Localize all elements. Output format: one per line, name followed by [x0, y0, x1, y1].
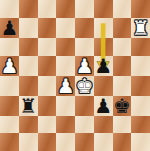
black-king[interactable]: ♚: [113, 96, 131, 116]
square-e5[interactable]: ♟: [75, 56, 94, 76]
square-h3[interactable]: [131, 96, 150, 116]
square-f6[interactable]: [94, 38, 113, 56]
square-e1[interactable]: [75, 133, 94, 151]
square-d3[interactable]: [56, 96, 75, 116]
white-king[interactable]: ♚: [75, 76, 93, 96]
square-f7[interactable]: [94, 18, 113, 38]
square-b5[interactable]: [19, 56, 38, 76]
chess-app: ♟♜♟♟♟♟♚♜♟♚: [0, 0, 150, 151]
square-e6[interactable]: [75, 38, 94, 56]
square-g5[interactable]: [113, 56, 132, 76]
square-d2[interactable]: [56, 116, 75, 134]
square-f5[interactable]: ♟: [94, 56, 113, 76]
square-c1[interactable]: [38, 133, 57, 151]
square-d6[interactable]: [56, 38, 75, 56]
square-g7[interactable]: [113, 18, 132, 38]
square-b4[interactable]: [19, 76, 38, 96]
square-b6[interactable]: [19, 38, 38, 56]
square-g3[interactable]: ♚: [113, 96, 132, 116]
square-b1[interactable]: [19, 133, 38, 151]
square-d1[interactable]: [56, 133, 75, 151]
black-pawn[interactable]: ♟: [0, 18, 18, 38]
square-d5[interactable]: [56, 56, 75, 76]
square-f3[interactable]: ♟: [94, 96, 113, 116]
square-d8[interactable]: [56, 0, 75, 18]
square-h6[interactable]: [131, 38, 150, 56]
square-c4[interactable]: [38, 76, 57, 96]
square-c3[interactable]: [38, 96, 57, 116]
square-g8[interactable]: [113, 0, 132, 18]
square-h2[interactable]: [131, 116, 150, 134]
white-rook[interactable]: ♜: [132, 18, 150, 38]
square-c8[interactable]: [38, 0, 57, 18]
square-a4[interactable]: [0, 76, 19, 96]
square-a6[interactable]: [0, 38, 19, 56]
square-e8[interactable]: [75, 0, 94, 18]
square-f4[interactable]: [94, 76, 113, 96]
square-a1[interactable]: [0, 133, 19, 151]
square-f8[interactable]: [94, 0, 113, 18]
square-b7[interactable]: [19, 18, 38, 38]
square-b2[interactable]: [19, 116, 38, 134]
square-e4[interactable]: ♚: [75, 76, 94, 96]
square-g6[interactable]: [113, 38, 132, 56]
square-c7[interactable]: [38, 18, 57, 38]
square-a5[interactable]: ♟: [0, 56, 19, 76]
square-d7[interactable]: [56, 18, 75, 38]
square-a7[interactable]: ♟: [0, 18, 19, 38]
square-g4[interactable]: [113, 76, 132, 96]
square-b3[interactable]: ♜: [19, 96, 38, 116]
square-c5[interactable]: [38, 56, 57, 76]
square-e3[interactable]: [75, 96, 94, 116]
square-h4[interactable]: [131, 76, 150, 96]
square-c2[interactable]: [38, 116, 57, 134]
square-a2[interactable]: [0, 116, 19, 134]
square-b8[interactable]: [19, 0, 38, 18]
square-e7[interactable]: [75, 18, 94, 38]
square-g1[interactable]: [113, 133, 132, 151]
square-f1[interactable]: [94, 133, 113, 151]
square-h7[interactable]: ♜: [131, 18, 150, 38]
square-h1[interactable]: [131, 133, 150, 151]
square-g2[interactable]: [113, 116, 132, 134]
white-pawn[interactable]: ♟: [75, 56, 93, 76]
chess-board: ♟♜♟♟♟♟♚♜♟♚: [0, 0, 150, 151]
square-d4[interactable]: ♟: [56, 76, 75, 96]
black-rook[interactable]: ♜: [19, 96, 37, 116]
square-e2[interactable]: [75, 116, 94, 134]
black-pawn[interactable]: ♟: [94, 96, 112, 116]
square-a3[interactable]: [0, 96, 19, 116]
white-pawn[interactable]: ♟: [57, 76, 75, 96]
black-pawn[interactable]: ♟: [94, 56, 112, 76]
square-c6[interactable]: [38, 38, 57, 56]
square-f2[interactable]: [94, 116, 113, 134]
square-h5[interactable]: [131, 56, 150, 76]
white-pawn[interactable]: ♟: [0, 56, 18, 76]
